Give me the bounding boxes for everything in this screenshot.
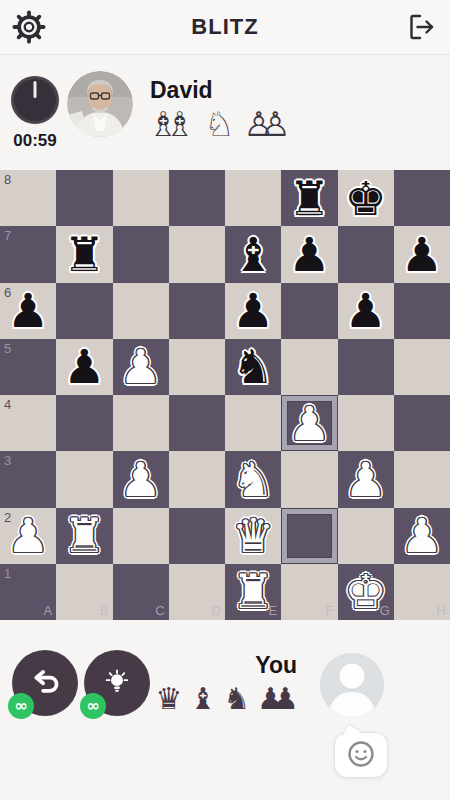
square-f4[interactable]: ♟ bbox=[281, 395, 337, 451]
square-c7[interactable] bbox=[113, 226, 169, 282]
clock-needle bbox=[34, 81, 37, 98]
page-title: BLITZ bbox=[0, 0, 450, 54]
player-block: You ♛♝♞♟♟ bbox=[155, 652, 299, 714]
opponent-captured-pieces: ♗♗♘♙♙ bbox=[148, 107, 290, 141]
chess-board[interactable]: 8♜♚7♜♝♟♟6♟♟♟5♟♟♞4♟3♟♞♟2♟♜♛♟1ABCDE♜FG♚H bbox=[0, 170, 450, 620]
square-f5[interactable] bbox=[281, 339, 337, 395]
opponent-time: 00:59 bbox=[0, 131, 70, 151]
hint-button[interactable]: ∞ bbox=[84, 650, 150, 716]
captured-piece: ♗ bbox=[164, 107, 194, 141]
white-rook-e1[interactable]: ♜ bbox=[225, 564, 281, 620]
captured-piece-group: ♝ bbox=[189, 684, 216, 714]
square-h7[interactable]: ♟ bbox=[394, 226, 450, 282]
opponent-avatar bbox=[67, 71, 133, 137]
captured-piece: ♛ bbox=[155, 684, 182, 714]
square-c6[interactable] bbox=[113, 283, 169, 339]
player-name: You bbox=[255, 652, 297, 679]
square-a1[interactable]: 1A bbox=[0, 564, 56, 620]
white-pawn-f4[interactable]: ♟ bbox=[281, 395, 337, 451]
white-king-g1[interactable]: ♚ bbox=[338, 564, 394, 620]
white-pawn-c3[interactable]: ♟ bbox=[113, 451, 169, 507]
black-pawn-h7[interactable]: ♟ bbox=[394, 226, 450, 282]
square-f1[interactable]: F bbox=[281, 564, 337, 620]
black-pawn-b5[interactable]: ♟ bbox=[56, 339, 112, 395]
square-c3[interactable]: ♟ bbox=[113, 451, 169, 507]
opponent-name: David bbox=[150, 77, 213, 104]
black-rook-b7[interactable]: ♜ bbox=[56, 226, 112, 282]
square-a4[interactable]: 4 bbox=[0, 395, 56, 451]
square-a2[interactable]: 2♟ bbox=[0, 508, 56, 564]
hint-remaining-badge: ∞ bbox=[80, 693, 106, 719]
file-label-a: A bbox=[44, 604, 53, 617]
captured-piece: ♝ bbox=[189, 684, 216, 714]
square-e2[interactable]: ♛ bbox=[225, 508, 281, 564]
square-b6[interactable] bbox=[56, 283, 112, 339]
black-pawn-a6[interactable]: ♟ bbox=[0, 283, 56, 339]
exit-button[interactable] bbox=[402, 9, 440, 47]
square-g8[interactable]: ♚ bbox=[338, 170, 394, 226]
square-f6[interactable] bbox=[281, 283, 337, 339]
square-h4[interactable] bbox=[394, 395, 450, 451]
square-g2[interactable] bbox=[338, 508, 394, 564]
file-label-c: C bbox=[155, 604, 164, 617]
captured-piece-group: ♙♙ bbox=[243, 107, 290, 141]
square-b1[interactable]: B bbox=[56, 564, 112, 620]
opponent-clock: 00:59 bbox=[0, 76, 70, 151]
undo-button[interactable]: ∞ bbox=[12, 650, 78, 716]
rank-label-5: 5 bbox=[4, 342, 11, 355]
white-rook-b2[interactable]: ♜ bbox=[56, 508, 112, 564]
square-h5[interactable] bbox=[394, 339, 450, 395]
square-e7[interactable]: ♝ bbox=[225, 226, 281, 282]
logout-icon bbox=[405, 11, 437, 46]
square-f3[interactable] bbox=[281, 451, 337, 507]
black-pawn-f7[interactable]: ♟ bbox=[281, 226, 337, 282]
square-e4[interactable] bbox=[225, 395, 281, 451]
square-g1[interactable]: G♚ bbox=[338, 564, 394, 620]
square-b3[interactable] bbox=[56, 451, 112, 507]
square-a8[interactable]: 8 bbox=[0, 170, 56, 226]
timer-icon bbox=[11, 76, 59, 124]
square-e5[interactable]: ♞ bbox=[225, 339, 281, 395]
captured-piece-group: ♘ bbox=[204, 107, 234, 141]
white-pawn-a2[interactable]: ♟ bbox=[0, 508, 56, 564]
file-label-h: H bbox=[437, 604, 446, 617]
square-h8[interactable] bbox=[394, 170, 450, 226]
white-pawn-g3[interactable]: ♟ bbox=[338, 451, 394, 507]
white-queen-e2[interactable]: ♛ bbox=[225, 508, 281, 564]
square-a3[interactable]: 3 bbox=[0, 451, 56, 507]
square-a7[interactable]: 7 bbox=[0, 226, 56, 282]
square-h1[interactable]: H bbox=[394, 564, 450, 620]
square-d5[interactable] bbox=[169, 339, 225, 395]
square-h3[interactable] bbox=[394, 451, 450, 507]
square-g4[interactable] bbox=[338, 395, 394, 451]
black-rook-f8[interactable]: ♜ bbox=[281, 170, 337, 226]
black-pawn-e6[interactable]: ♟ bbox=[225, 283, 281, 339]
captured-piece-group: ♟♟ bbox=[257, 684, 299, 714]
header: BLITZ bbox=[0, 0, 450, 55]
player-captured-pieces: ♛♝♞♟♟ bbox=[155, 684, 299, 714]
captured-piece: ♘ bbox=[204, 107, 234, 141]
bottom-bar: ∞ ∞ You ♛♝♞♟♟ bbox=[0, 620, 450, 800]
rank-label-8: 8 bbox=[4, 173, 11, 186]
square-d1[interactable]: D bbox=[169, 564, 225, 620]
file-label-d: D bbox=[212, 604, 221, 617]
black-knight-e5[interactable]: ♞ bbox=[225, 339, 281, 395]
rank-label-7: 7 bbox=[4, 229, 11, 242]
captured-piece-group: ♛ bbox=[155, 684, 182, 714]
square-c4[interactable] bbox=[113, 395, 169, 451]
rank-label-3: 3 bbox=[4, 454, 11, 467]
square-f2[interactable] bbox=[281, 508, 337, 564]
captured-piece-group: ♗♗ bbox=[148, 107, 195, 141]
square-h6[interactable] bbox=[394, 283, 450, 339]
square-e3[interactable]: ♞ bbox=[225, 451, 281, 507]
square-c2[interactable] bbox=[113, 508, 169, 564]
square-c5[interactable]: ♟ bbox=[113, 339, 169, 395]
white-pawn-c5[interactable]: ♟ bbox=[113, 339, 169, 395]
captured-piece: ♟ bbox=[272, 684, 299, 714]
square-e6[interactable]: ♟ bbox=[225, 283, 281, 339]
square-d8[interactable] bbox=[169, 170, 225, 226]
captured-piece: ♞ bbox=[223, 684, 250, 714]
square-f8[interactable]: ♜ bbox=[281, 170, 337, 226]
opponent-bar: 00:59 David ♗♗♘♙♙ bbox=[0, 54, 450, 170]
square-b5[interactable]: ♟ bbox=[56, 339, 112, 395]
captured-piece: ♙ bbox=[260, 107, 290, 141]
square-b8[interactable] bbox=[56, 170, 112, 226]
black-pawn-g6[interactable]: ♟ bbox=[338, 283, 394, 339]
square-g5[interactable] bbox=[338, 339, 394, 395]
square-b7[interactable]: ♜ bbox=[56, 226, 112, 282]
square-e8[interactable] bbox=[225, 170, 281, 226]
square-a5[interactable]: 5 bbox=[0, 339, 56, 395]
square-d6[interactable] bbox=[169, 283, 225, 339]
square-c1[interactable]: C bbox=[113, 564, 169, 620]
square-g6[interactable]: ♟ bbox=[338, 283, 394, 339]
square-e1[interactable]: E♜ bbox=[225, 564, 281, 620]
black-bishop-e7[interactable]: ♝ bbox=[225, 226, 281, 282]
emote-button[interactable] bbox=[334, 732, 388, 778]
file-label-f: F bbox=[326, 604, 334, 617]
undo-remaining-badge: ∞ bbox=[8, 693, 34, 719]
square-d2[interactable] bbox=[169, 508, 225, 564]
square-h2[interactable]: ♟ bbox=[394, 508, 450, 564]
square-f7[interactable]: ♟ bbox=[281, 226, 337, 282]
white-pawn-h2[interactable]: ♟ bbox=[394, 508, 450, 564]
square-g7[interactable] bbox=[338, 226, 394, 282]
square-d3[interactable] bbox=[169, 451, 225, 507]
captured-piece-group: ♞ bbox=[223, 684, 250, 714]
square-b2[interactable]: ♜ bbox=[56, 508, 112, 564]
black-king-g8[interactable]: ♚ bbox=[338, 170, 394, 226]
player-avatar bbox=[320, 653, 384, 717]
file-label-b: B bbox=[100, 604, 109, 617]
rank-label-1: 1 bbox=[4, 567, 11, 580]
square-c8[interactable] bbox=[113, 170, 169, 226]
white-knight-e3[interactable]: ♞ bbox=[225, 451, 281, 507]
smiley-icon bbox=[346, 739, 376, 772]
rank-label-4: 4 bbox=[4, 398, 11, 411]
square-a6[interactable]: 6♟ bbox=[0, 283, 56, 339]
square-b4[interactable] bbox=[56, 395, 112, 451]
square-g3[interactable]: ♟ bbox=[338, 451, 394, 507]
square-d4[interactable] bbox=[169, 395, 225, 451]
square-d7[interactable] bbox=[169, 226, 225, 282]
